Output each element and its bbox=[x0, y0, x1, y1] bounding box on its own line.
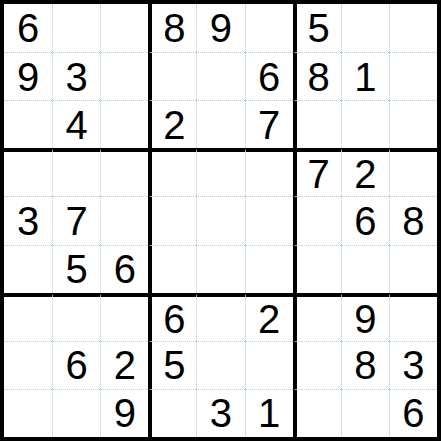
cell-r4c7[interactable]: 7 bbox=[293, 148, 341, 196]
given-digit: 2 bbox=[114, 345, 136, 385]
cell-r7c2[interactable] bbox=[52, 293, 100, 341]
cell-r9c2[interactable] bbox=[52, 389, 100, 437]
given-digit: 8 bbox=[163, 8, 185, 48]
cell-r5c4[interactable] bbox=[148, 196, 196, 244]
cell-r8c8[interactable]: 8 bbox=[341, 341, 389, 389]
cell-r5c7[interactable] bbox=[293, 196, 341, 244]
cell-r7c3[interactable] bbox=[100, 293, 148, 341]
cell-r6c5[interactable] bbox=[196, 245, 244, 293]
given-digit: 1 bbox=[354, 57, 376, 97]
cell-r3c2[interactable]: 4 bbox=[52, 100, 100, 148]
given-digit: 4 bbox=[66, 105, 88, 145]
cell-r8c7[interactable] bbox=[293, 341, 341, 389]
cell-r6c7[interactable] bbox=[293, 245, 341, 293]
cell-r5c2[interactable]: 7 bbox=[52, 196, 100, 244]
cell-r1c9[interactable] bbox=[389, 4, 437, 52]
cell-r2c2[interactable]: 3 bbox=[52, 52, 100, 100]
cell-r9c4[interactable] bbox=[148, 389, 196, 437]
cell-r3c6[interactable]: 7 bbox=[245, 100, 293, 148]
cell-r7c4[interactable]: 6 bbox=[148, 293, 196, 341]
cell-r3c4[interactable]: 2 bbox=[148, 100, 196, 148]
given-digit: 6 bbox=[402, 393, 424, 433]
given-digit: 9 bbox=[114, 393, 136, 433]
cell-r5c5[interactable] bbox=[196, 196, 244, 244]
given-digit: 7 bbox=[66, 201, 88, 241]
cell-r8c4[interactable]: 5 bbox=[148, 341, 196, 389]
cell-r1c6[interactable] bbox=[245, 4, 293, 52]
given-digit: 3 bbox=[402, 345, 424, 385]
given-digit: 8 bbox=[402, 201, 424, 241]
cell-r9c8[interactable] bbox=[341, 389, 389, 437]
given-digit: 3 bbox=[66, 57, 88, 97]
given-digit: 9 bbox=[210, 8, 232, 48]
cell-r1c3[interactable] bbox=[100, 4, 148, 52]
cell-r1c8[interactable] bbox=[341, 4, 389, 52]
cell-r8c5[interactable] bbox=[196, 341, 244, 389]
cell-r5c6[interactable] bbox=[245, 196, 293, 244]
cell-r4c4[interactable] bbox=[148, 148, 196, 196]
cell-r4c5[interactable] bbox=[196, 148, 244, 196]
cell-r3c7[interactable] bbox=[293, 100, 341, 148]
cell-r9c3[interactable]: 9 bbox=[100, 389, 148, 437]
cell-r7c5[interactable] bbox=[196, 293, 244, 341]
given-digit: 5 bbox=[163, 345, 185, 385]
cell-r1c1[interactable]: 6 bbox=[4, 4, 52, 52]
cell-r7c7[interactable] bbox=[293, 293, 341, 341]
cell-r2c5[interactable] bbox=[196, 52, 244, 100]
given-digit: 6 bbox=[17, 8, 39, 48]
cell-r6c1[interactable] bbox=[4, 245, 52, 293]
cell-r2c1[interactable]: 9 bbox=[4, 52, 52, 100]
cell-r2c8[interactable]: 1 bbox=[341, 52, 389, 100]
given-digit: 2 bbox=[163, 105, 185, 145]
cell-r5c8[interactable]: 6 bbox=[341, 196, 389, 244]
cell-r7c9[interactable] bbox=[389, 293, 437, 341]
cell-r8c2[interactable]: 6 bbox=[52, 341, 100, 389]
given-digit: 7 bbox=[258, 105, 280, 145]
cell-r7c8[interactable]: 9 bbox=[341, 293, 389, 341]
cell-r8c3[interactable]: 2 bbox=[100, 341, 148, 389]
cell-r3c3[interactable] bbox=[100, 100, 148, 148]
cell-r6c4[interactable] bbox=[148, 245, 196, 293]
given-digit: 6 bbox=[114, 249, 136, 289]
cell-r4c8[interactable]: 2 bbox=[341, 148, 389, 196]
cell-r2c4[interactable] bbox=[148, 52, 196, 100]
given-digit: 6 bbox=[66, 345, 88, 385]
given-digit: 2 bbox=[354, 154, 376, 194]
cell-r3c9[interactable] bbox=[389, 100, 437, 148]
cell-r5c1[interactable]: 3 bbox=[4, 196, 52, 244]
cell-r7c6[interactable]: 2 bbox=[245, 293, 293, 341]
cell-r2c9[interactable] bbox=[389, 52, 437, 100]
cell-r1c4[interactable]: 8 bbox=[148, 4, 196, 52]
cell-r6c3[interactable]: 6 bbox=[100, 245, 148, 293]
given-digit: 5 bbox=[308, 8, 330, 48]
cell-r4c1[interactable] bbox=[4, 148, 52, 196]
cell-r4c9[interactable] bbox=[389, 148, 437, 196]
cell-r4c3[interactable] bbox=[100, 148, 148, 196]
cell-r1c5[interactable]: 9 bbox=[196, 4, 244, 52]
cell-r7c1[interactable] bbox=[4, 293, 52, 341]
cell-r5c3[interactable] bbox=[100, 196, 148, 244]
cell-r3c5[interactable] bbox=[196, 100, 244, 148]
cell-r2c7[interactable]: 8 bbox=[293, 52, 341, 100]
given-digit: 2 bbox=[258, 299, 280, 339]
given-digit: 8 bbox=[354, 345, 376, 385]
cell-r9c5[interactable]: 3 bbox=[196, 389, 244, 437]
cell-r3c8[interactable] bbox=[341, 100, 389, 148]
cell-r9c9[interactable]: 6 bbox=[389, 389, 437, 437]
given-digit: 3 bbox=[210, 393, 232, 433]
cell-r2c6[interactable]: 6 bbox=[245, 52, 293, 100]
cell-r4c6[interactable] bbox=[245, 148, 293, 196]
cell-r9c6[interactable]: 1 bbox=[245, 389, 293, 437]
cell-r5c9[interactable]: 8 bbox=[389, 196, 437, 244]
cell-r6c8[interactable] bbox=[341, 245, 389, 293]
given-digit: 1 bbox=[258, 393, 280, 433]
cell-r8c6[interactable] bbox=[245, 341, 293, 389]
cell-r8c9[interactable]: 3 bbox=[389, 341, 437, 389]
cell-r3c1[interactable] bbox=[4, 100, 52, 148]
cell-r9c1[interactable] bbox=[4, 389, 52, 437]
cell-r6c9[interactable] bbox=[389, 245, 437, 293]
cell-r4c2[interactable] bbox=[52, 148, 100, 196]
given-digit: 3 bbox=[17, 201, 39, 241]
given-digit: 5 bbox=[66, 249, 88, 289]
cell-r9c7[interactable] bbox=[293, 389, 341, 437]
given-digit: 8 bbox=[308, 57, 330, 97]
given-digit: 7 bbox=[308, 154, 330, 194]
cell-r2c3[interactable] bbox=[100, 52, 148, 100]
cell-r8c1[interactable] bbox=[4, 341, 52, 389]
given-digit: 6 bbox=[258, 57, 280, 97]
sudoku-board: 68959368142772376856629625839316 bbox=[0, 0, 441, 441]
cell-r1c7[interactable]: 5 bbox=[293, 4, 341, 52]
given-digit: 9 bbox=[354, 299, 376, 339]
cell-r1c2[interactable] bbox=[52, 4, 100, 52]
cell-r6c6[interactable] bbox=[245, 245, 293, 293]
given-digit: 6 bbox=[163, 299, 185, 339]
cell-r6c2[interactable]: 5 bbox=[52, 245, 100, 293]
given-digit: 6 bbox=[354, 201, 376, 241]
given-digit: 9 bbox=[17, 57, 39, 97]
